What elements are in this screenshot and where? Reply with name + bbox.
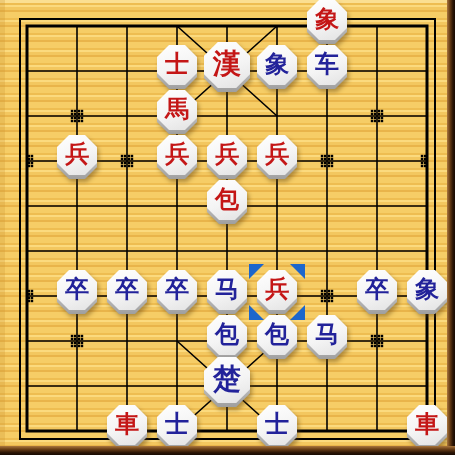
piece-face: 兵	[207, 135, 247, 175]
piece-cho-horse[interactable]: 马	[207, 270, 247, 310]
piece-glyph: 象	[315, 7, 339, 31]
piece-face: 車	[107, 405, 147, 445]
piece-han-chariot[interactable]: 車	[407, 405, 447, 445]
piece-glyph: 包	[215, 187, 239, 211]
piece-face: 包	[207, 180, 247, 220]
piece-glyph: 兵	[265, 277, 289, 301]
piece-han-soldier[interactable]: 兵	[207, 135, 247, 175]
piece-glyph: 兵	[215, 142, 239, 166]
piece-glyph: 卒	[115, 277, 139, 301]
piece-cho-soldier[interactable]: 卒	[357, 270, 397, 310]
piece-glyph: 象	[415, 277, 439, 301]
piece-glyph: 卒	[65, 277, 89, 301]
piece-glyph: 包	[265, 322, 289, 346]
piece-face: 卒	[157, 270, 197, 310]
piece-face: 卒	[107, 270, 147, 310]
piece-glyph: 车	[315, 52, 339, 76]
piece-glyph: 車	[115, 412, 139, 436]
piece-cho-soldier[interactable]: 卒	[157, 270, 197, 310]
piece-han-soldier[interactable]: 兵	[157, 135, 197, 175]
piece-glyph: 马	[315, 322, 339, 346]
piece-han-soldier[interactable]: 兵	[257, 270, 297, 310]
piece-face: 马	[207, 270, 247, 310]
piece-cho-advisor[interactable]: 士	[157, 405, 197, 445]
piece-han-soldier[interactable]: 兵	[257, 135, 297, 175]
piece-face: 象	[307, 0, 347, 40]
piece-face: 兵	[257, 135, 297, 175]
janggi-board: 象士漢馬兵兵兵兵包兵車車象车卒卒卒马卒象包包马楚士士	[0, 0, 455, 455]
piece-face: 车	[307, 45, 347, 85]
piece-han-soldier[interactable]: 兵	[57, 135, 97, 175]
piece-glyph: 卒	[165, 277, 189, 301]
piece-glyph: 兵	[65, 142, 89, 166]
piece-glyph: 士	[165, 52, 189, 76]
piece-face: 車	[407, 405, 447, 445]
piece-face: 象	[407, 270, 447, 310]
piece-glyph: 士	[265, 412, 289, 436]
piece-face: 象	[257, 45, 297, 85]
piece-glyph: 車	[415, 412, 439, 436]
piece-cho-soldier[interactable]: 卒	[107, 270, 147, 310]
piece-glyph: 馬	[165, 97, 189, 121]
piece-han-elephant[interactable]: 象	[307, 0, 347, 40]
piece-face: 兵	[157, 135, 197, 175]
piece-cho-cannon[interactable]: 包	[257, 315, 297, 355]
piece-glyph: 兵	[165, 142, 189, 166]
piece-face: 马	[307, 315, 347, 355]
piece-cho-elephant[interactable]: 象	[257, 45, 297, 85]
piece-han-cannon[interactable]: 包	[207, 180, 247, 220]
piece-han-general[interactable]: 漢	[204, 42, 250, 88]
piece-face: 士	[157, 405, 197, 445]
piece-glyph: 漢	[213, 50, 241, 78]
piece-face: 兵	[57, 135, 97, 175]
piece-cho-general[interactable]: 楚	[204, 357, 250, 403]
piece-glyph: 兵	[265, 142, 289, 166]
piece-cho-cannon[interactable]: 包	[207, 315, 247, 355]
piece-face: 包	[257, 315, 297, 355]
piece-face: 卒	[57, 270, 97, 310]
piece-glyph: 马	[215, 277, 239, 301]
piece-cho-elephant[interactable]: 象	[407, 270, 447, 310]
piece-glyph: 卒	[365, 277, 389, 301]
piece-cho-horse[interactable]: 马	[307, 315, 347, 355]
board-frame-right-edge	[447, 0, 455, 455]
piece-han-advisor[interactable]: 士	[157, 45, 197, 85]
piece-glyph: 象	[265, 52, 289, 76]
piece-cho-advisor[interactable]: 士	[257, 405, 297, 445]
piece-han-chariot[interactable]: 車	[107, 405, 147, 445]
piece-face: 士	[257, 405, 297, 445]
piece-glyph: 楚	[213, 365, 241, 393]
board-frame-bottom-edge	[0, 446, 455, 455]
piece-han-horse[interactable]: 馬	[157, 90, 197, 130]
piece-face: 包	[207, 315, 247, 355]
piece-face: 兵	[257, 270, 297, 310]
piece-face: 士	[157, 45, 197, 85]
piece-face: 卒	[357, 270, 397, 310]
piece-cho-chariot[interactable]: 车	[307, 45, 347, 85]
piece-glyph: 士	[165, 412, 189, 436]
piece-glyph: 包	[215, 322, 239, 346]
piece-face: 馬	[157, 90, 197, 130]
piece-cho-soldier[interactable]: 卒	[57, 270, 97, 310]
